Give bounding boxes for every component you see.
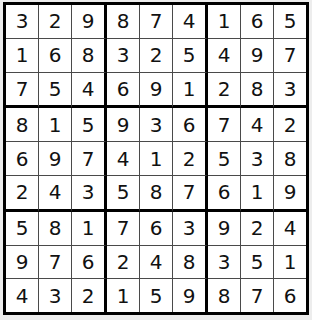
cell-r2c5[interactable]: 2 [140,39,173,73]
cell-r6c7[interactable]: 6 [208,176,241,212]
cell-r4c1[interactable]: 8 [6,108,39,142]
cell-r6c4[interactable]: 5 [107,176,140,212]
cell-r7c8[interactable]: 2 [241,212,274,246]
cell-r8c1[interactable]: 9 [6,246,39,280]
cell-r5c9[interactable]: 8 [274,142,306,176]
cell-r1c3[interactable]: 9 [72,5,107,39]
cell-r3c9[interactable]: 3 [274,73,306,109]
cell-r8c2[interactable]: 7 [39,246,72,280]
cell-r1c7[interactable]: 1 [208,5,241,39]
cell-r6c3[interactable]: 3 [72,176,107,212]
cell-r3c1[interactable]: 7 [6,73,39,109]
cell-r9c5[interactable]: 5 [140,279,173,312]
cell-r5c3[interactable]: 7 [72,142,107,176]
cell-r3c7[interactable]: 2 [208,73,241,109]
cell-r5c2[interactable]: 9 [39,142,72,176]
cell-r4c3[interactable]: 5 [72,108,107,142]
cell-r1c1[interactable]: 3 [6,5,39,39]
cell-r3c3[interactable]: 4 [72,73,107,109]
cell-r4c4[interactable]: 9 [107,108,140,142]
cell-r1c8[interactable]: 6 [241,5,274,39]
cell-r7c5[interactable]: 6 [140,212,173,246]
sudoku-board: 3298741651683254977546912838159367426974… [3,2,309,315]
cell-r1c2[interactable]: 2 [39,5,72,39]
cell-r7c6[interactable]: 3 [173,212,208,246]
cell-r4c8[interactable]: 4 [241,108,274,142]
cell-r1c4[interactable]: 8 [107,5,140,39]
cell-r2c2[interactable]: 6 [39,39,72,73]
cell-r4c6[interactable]: 6 [173,108,208,142]
cell-r5c5[interactable]: 1 [140,142,173,176]
cell-r9c6[interactable]: 9 [173,279,208,312]
cell-r6c2[interactable]: 4 [39,176,72,212]
cell-r7c7[interactable]: 9 [208,212,241,246]
cell-r6c9[interactable]: 9 [274,176,306,212]
cell-r8c8[interactable]: 5 [241,246,274,280]
cell-r5c4[interactable]: 4 [107,142,140,176]
cell-r1c9[interactable]: 5 [274,5,306,39]
cell-r2c7[interactable]: 4 [208,39,241,73]
cell-r9c1[interactable]: 4 [6,279,39,312]
cell-r3c2[interactable]: 5 [39,73,72,109]
page-background: 3298741651683254977546912838159367426974… [0,0,312,320]
cell-r8c3[interactable]: 6 [72,246,107,280]
cell-r3c6[interactable]: 1 [173,73,208,109]
cell-r2c9[interactable]: 7 [274,39,306,73]
cell-r7c9[interactable]: 4 [274,212,306,246]
cell-r9c9[interactable]: 6 [274,279,306,312]
cell-r3c8[interactable]: 8 [241,73,274,109]
cell-r6c5[interactable]: 8 [140,176,173,212]
cell-r9c3[interactable]: 2 [72,279,107,312]
cell-r3c4[interactable]: 6 [107,73,140,109]
cell-r2c8[interactable]: 9 [241,39,274,73]
cell-r5c6[interactable]: 2 [173,142,208,176]
cell-r6c6[interactable]: 7 [173,176,208,212]
cell-r9c7[interactable]: 8 [208,279,241,312]
cell-r7c1[interactable]: 5 [6,212,39,246]
cell-r4c2[interactable]: 1 [39,108,72,142]
cell-r7c4[interactable]: 7 [107,212,140,246]
cell-r4c7[interactable]: 7 [208,108,241,142]
cell-r1c5[interactable]: 7 [140,5,173,39]
cell-r2c4[interactable]: 3 [107,39,140,73]
cell-r4c9[interactable]: 2 [274,108,306,142]
cell-r8c6[interactable]: 8 [173,246,208,280]
cell-r7c3[interactable]: 1 [72,212,107,246]
cell-r5c8[interactable]: 3 [241,142,274,176]
cell-r6c8[interactable]: 1 [241,176,274,212]
cell-r1c6[interactable]: 4 [173,5,208,39]
cell-r2c1[interactable]: 1 [6,39,39,73]
cell-r5c7[interactable]: 5 [208,142,241,176]
cell-r8c7[interactable]: 3 [208,246,241,280]
cell-r2c3[interactable]: 8 [72,39,107,73]
cell-r8c9[interactable]: 1 [274,246,306,280]
cell-r4c5[interactable]: 3 [140,108,173,142]
cell-r6c1[interactable]: 2 [6,176,39,212]
cell-r9c4[interactable]: 1 [107,279,140,312]
cell-r9c2[interactable]: 3 [39,279,72,312]
cell-r7c2[interactable]: 8 [39,212,72,246]
cell-r8c5[interactable]: 4 [140,246,173,280]
cell-r8c4[interactable]: 2 [107,246,140,280]
cell-r5c1[interactable]: 6 [6,142,39,176]
cell-r2c6[interactable]: 5 [173,39,208,73]
cell-r3c5[interactable]: 9 [140,73,173,109]
cell-r9c8[interactable]: 7 [241,279,274,312]
